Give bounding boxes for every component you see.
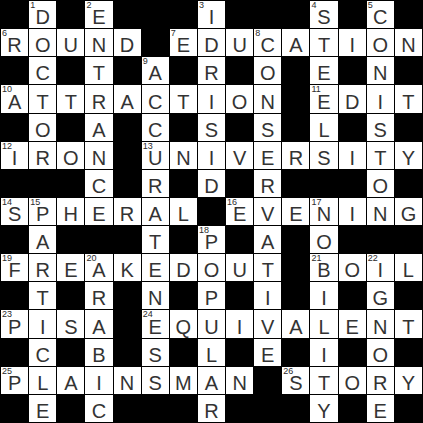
cell-letter: O [260,63,276,84]
black-cell-r10c4 [114,282,141,309]
cell-r11c2[interactable]: S [57,310,84,337]
cell-letter: A [64,373,77,394]
cell-letter: S [64,317,77,338]
cell-r3c1[interactable]: T [29,85,56,112]
cell-letter: E [36,401,49,422]
cell-letter: C [373,7,387,28]
cell-r3c8[interactable]: O [226,85,253,112]
cell-r13c10[interactable]: 26S [282,367,309,394]
cell-letter: D [35,7,49,28]
cell-r9c6[interactable]: D [170,254,197,281]
clue-number-20: 20 [86,254,96,264]
cell-r4c9[interactable]: S [254,114,281,141]
cell-letter: T [318,35,330,56]
black-cell-r10c0 [1,282,28,309]
black-cell-r14c14 [395,395,422,422]
cell-r13c3[interactable]: I [85,367,112,394]
cell-r0c3[interactable]: 2E [85,1,112,28]
cell-letter: E [289,204,302,225]
cell-r9c11[interactable]: 21B [310,254,337,281]
cell-r7c1[interactable]: 15P [29,198,56,225]
cell-r9c3[interactable]: 20A [85,254,112,281]
cell-r4c13[interactable]: S [367,114,394,141]
cell-r5c8[interactable]: V [226,142,253,169]
cell-r3c14[interactable]: T [395,85,422,112]
cell-letter: I [209,92,215,113]
black-cell-r12c2 [57,339,84,366]
cell-letter: T [149,232,161,253]
cell-letter: I [349,148,355,169]
black-cell-r8c10 [282,226,309,253]
cell-r5c12[interactable]: I [339,142,366,169]
cell-letter: T [37,288,49,309]
black-cell-r14c10 [282,395,309,422]
cell-r14c3[interactable]: C [85,395,112,422]
clue-number-5: 5 [368,1,373,11]
cell-r14c1[interactable]: E [29,395,56,422]
cell-letter: T [65,92,77,113]
cell-letter: B [92,345,105,366]
clue-number-7: 7 [171,29,176,39]
black-cell-r2c0 [1,57,28,84]
clue-number-13: 13 [143,142,153,152]
cell-letter: T [374,148,386,169]
cell-r1c13[interactable]: O [367,29,394,56]
cell-r9c4[interactable]: K [114,254,141,281]
cell-letter: I [378,92,384,113]
black-cell-r0c10 [282,1,309,28]
cell-letter: E [261,345,274,366]
cell-r8c1[interactable]: A [29,226,56,253]
cell-r7c13[interactable]: N [367,198,394,225]
black-cell-r0c12 [339,1,366,28]
cell-r12c7[interactable]: L [198,339,225,366]
cell-letter: A [92,317,105,338]
cell-r1c2[interactable]: U [57,29,84,56]
cell-r11c3[interactable]: A [85,310,112,337]
cell-r9c0[interactable]: 19F [1,254,28,281]
black-cell-r8c3 [85,226,112,253]
clue-number-12: 12 [2,142,12,152]
black-cell-r2c2 [57,57,84,84]
cell-r0c11[interactable]: 4S [310,1,337,28]
cell-r7c14[interactable]: G [395,198,422,225]
cell-r1c12[interactable]: I [339,29,366,56]
cell-r10c7[interactable]: P [198,282,225,309]
cell-letter: I [349,204,355,225]
cell-r0c7[interactable]: 3I [198,1,225,28]
clue-number-18: 18 [199,226,209,236]
black-cell-r6c1 [29,170,56,197]
cell-r10c1[interactable]: T [29,282,56,309]
cell-r2c11[interactable]: E [310,57,337,84]
black-cell-r10c2 [57,282,84,309]
cell-letter: T [402,317,414,338]
cell-letter: I [349,35,355,56]
cell-r1c9[interactable]: 8C [254,29,281,56]
cell-r10c11[interactable]: I [310,282,337,309]
clue-number-11: 11 [311,85,320,95]
cell-r3c13[interactable]: I [367,85,394,112]
clue-number-23: 23 [2,310,12,320]
cell-r5c9[interactable]: E [254,142,281,169]
black-cell-r10c8 [226,282,253,309]
cell-r13c6[interactable]: M [170,367,197,394]
cell-r11c6[interactable]: Q [170,310,197,337]
cell-r9c1[interactable]: R [29,254,56,281]
cell-r4c5[interactable]: C [142,114,169,141]
black-cell-r4c4 [114,114,141,141]
black-cell-r8c14 [395,226,422,253]
clue-number-4: 4 [311,1,316,11]
cell-r4c11[interactable]: L [310,114,337,141]
cell-letter: L [318,317,329,338]
black-cell-r11c4 [114,310,141,337]
cell-r9c2[interactable]: E [57,254,84,281]
cell-r6c3[interactable]: C [85,170,112,197]
cell-letter: E [92,204,105,225]
cell-r7c2[interactable]: H [57,198,84,225]
cell-letter: G [401,204,417,225]
black-cell-r14c2 [57,395,84,422]
cell-r10c13[interactable]: G [367,282,394,309]
cell-letter: N [92,35,106,56]
cell-r1c14[interactable]: N [395,29,422,56]
cell-r1c6[interactable]: 7E [170,29,197,56]
black-cell-r14c6 [170,395,197,422]
cell-r4c1[interactable]: O [29,114,56,141]
cell-r12c13[interactable]: O [367,339,394,366]
cell-r5c5[interactable]: 13U [142,142,169,169]
cell-letter: R [261,176,275,197]
cell-letter: L [403,260,414,281]
cell-r7c5[interactable]: A [142,198,169,225]
cell-r11c0[interactable]: 23P [1,310,28,337]
cell-letter: R [35,148,49,169]
cell-r11c13[interactable]: N [367,310,394,337]
cell-r12c9[interactable]: E [254,339,281,366]
cell-letter: U [204,317,218,338]
cell-letter: S [149,373,162,394]
cell-letter: N [92,148,106,169]
cell-r13c4[interactable]: N [114,367,141,394]
cell-r13c1[interactable]: L [29,367,56,394]
cell-r9c8[interactable]: U [226,254,253,281]
black-cell-r0c5 [142,1,169,28]
cell-r13c2[interactable]: A [57,367,84,394]
cell-letter: N [373,317,387,338]
cell-r3c7[interactable]: I [198,85,225,112]
clue-number-14: 14 [2,198,12,208]
black-cell-r9c10 [282,254,309,281]
cell-letter: A [149,204,162,225]
cell-letter: I [209,7,215,28]
cell-letter: T [402,92,414,113]
cell-r6c5[interactable]: R [142,170,169,197]
cell-r9c9[interactable]: T [254,254,281,281]
cell-r2c9[interactable]: O [254,57,281,84]
cell-r1c11[interactable]: T [310,29,337,56]
cell-letter: E [177,35,190,56]
black-cell-r8c4 [114,226,141,253]
cell-r1c7[interactable]: D [198,29,225,56]
black-cell-r6c0 [1,170,28,197]
cell-r8c9[interactable]: A [254,226,281,253]
cell-r10c3[interactable]: R [85,282,112,309]
clue-number-24: 24 [143,310,153,320]
cell-letter: A [205,373,218,394]
cell-r5c7[interactable]: I [198,142,225,169]
cell-r13c0[interactable]: 25P [1,367,28,394]
black-cell-r10c12 [339,282,366,309]
cell-r2c3[interactable]: T [85,57,112,84]
cell-r4c7[interactable]: S [198,114,225,141]
cell-r8c7[interactable]: 18P [198,226,225,253]
black-cell-r2c4 [114,57,141,84]
cell-r0c1[interactable]: 1D [29,1,56,28]
cell-letter: R [204,401,218,422]
clue-number-8: 8 [255,29,260,39]
cell-r11c1[interactable]: I [29,310,56,337]
cell-letter: T [93,63,105,84]
cell-letter: T [318,373,330,394]
cell-r12c5[interactable]: S [142,339,169,366]
cell-r5c13[interactable]: T [367,142,394,169]
cell-r13c11[interactable]: T [310,367,337,394]
cell-r11c11[interactable]: L [310,310,337,337]
black-cell-r6c12 [339,170,366,197]
cell-letter: O [63,148,79,169]
cell-r7c11[interactable]: 17N [310,198,337,225]
cell-letter: C [261,35,275,56]
cell-letter: Y [402,148,415,169]
cell-letter: D [204,35,218,56]
cell-r10c9[interactable]: I [254,282,281,309]
cell-r5c3[interactable]: N [85,142,112,169]
black-cell-r4c14 [395,114,422,141]
cell-letter: R [7,35,21,56]
cell-letter: N [120,373,134,394]
cell-letter: R [204,63,218,84]
cell-letter: O [232,92,248,113]
cell-letter: U [232,260,246,281]
cell-letter: E [317,63,330,84]
cell-letter: A [289,317,302,338]
cell-letter: T [177,92,189,113]
cell-letter: A [36,232,49,253]
cell-letter: C [92,401,106,422]
cell-r14c13[interactable]: E [367,395,394,422]
cell-r5c6[interactable]: N [170,142,197,169]
cell-letter: D [345,92,359,113]
cell-r7c3[interactable]: E [85,198,112,225]
cell-r12c1[interactable]: C [29,339,56,366]
cell-letter: R [120,204,134,225]
cell-r13c8[interactable]: N [226,367,253,394]
clue-number-19: 19 [2,254,12,264]
cell-r2c5[interactable]: 9A [142,57,169,84]
cell-letter: G [373,288,389,309]
cell-r9c12[interactable]: O [339,254,366,281]
cell-letter: R [148,176,162,197]
cell-r11c8[interactable]: I [226,310,253,337]
cell-r1c0[interactable]: 6R [1,29,28,56]
clue-number-6: 6 [2,29,7,39]
cell-letter: R [35,260,49,281]
cell-r5c1[interactable]: R [29,142,56,169]
cell-r1c10[interactable]: A [282,29,309,56]
cell-letter: I [12,148,18,169]
black-cell-r13c9 [254,367,281,394]
cell-r3c2[interactable]: T [57,85,84,112]
cell-r3c3[interactable]: R [85,85,112,112]
clue-number-15: 15 [30,198,40,208]
clue-number-1: 1 [30,1,35,11]
black-cell-r14c12 [339,395,366,422]
cell-r5c2[interactable]: O [57,142,84,169]
black-cell-r6c8 [226,170,253,197]
cell-r0c13[interactable]: 5C [367,1,394,28]
black-cell-r8c12 [339,226,366,253]
cell-r12c3[interactable]: B [85,339,112,366]
cell-r1c8[interactable]: U [226,29,253,56]
cell-r2c7[interactable]: R [198,57,225,84]
cell-r2c13[interactable]: N [367,57,394,84]
cell-r14c7[interactable]: R [198,395,225,422]
black-cell-r4c2 [57,114,84,141]
cell-r13c5[interactable]: S [142,367,169,394]
black-cell-r0c2 [57,1,84,28]
cell-r13c7[interactable]: A [198,367,225,394]
cell-r11c12[interactable]: E [339,310,366,337]
cell-r1c3[interactable]: N [85,29,112,56]
cell-r11c5[interactable]: 24E [142,310,169,337]
cell-r13c12[interactable]: O [339,367,366,394]
cell-r3c12[interactable]: D [339,85,366,112]
cell-letter: R [373,373,387,394]
cell-letter: R [92,92,106,113]
black-cell-r3c10 [282,85,309,112]
cell-letter: I [209,148,215,169]
cell-letter: V [233,148,246,169]
black-cell-r14c0 [1,395,28,422]
cell-r9c13[interactable]: 22I [367,254,394,281]
cell-r11c14[interactable]: T [395,310,422,337]
cell-letter: N [148,288,162,309]
cell-r10c5[interactable]: N [142,282,169,309]
cell-r6c13[interactable]: O [367,170,394,197]
cell-r3c4[interactable]: A [114,85,141,112]
cell-r7c0[interactable]: 14S [1,198,28,225]
cell-letter: A [261,232,274,253]
clue-number-22: 22 [368,254,378,264]
cell-letter: O [373,176,389,197]
cell-r3c5[interactable]: C [142,85,169,112]
black-cell-r14c8 [226,395,253,422]
cell-letter: I [237,317,243,338]
cell-r5c14[interactable]: Y [395,142,422,169]
cell-letter: D [204,176,218,197]
cell-letter: I [96,373,102,394]
cell-letter: S [149,345,162,366]
cell-letter: L [318,120,329,141]
cell-r8c11[interactable]: O [310,226,337,253]
cell-r7c4[interactable]: R [114,198,141,225]
cell-r7c9[interactable]: V [254,198,281,225]
cell-r6c9[interactable]: R [254,170,281,197]
cell-r3c11[interactable]: 11E [310,85,337,112]
cell-r8c5[interactable]: T [142,226,169,253]
black-cell-r2c8 [226,57,253,84]
cell-r6c7[interactable]: D [198,170,225,197]
cell-letter: I [321,288,327,309]
cell-r1c4[interactable]: D [114,29,141,56]
black-cell-r12c8 [226,339,253,366]
black-cell-r8c13 [367,226,394,253]
cell-r3c9[interactable]: N [254,85,281,112]
cell-letter: L [206,345,217,366]
cell-r12c11[interactable]: I [310,339,337,366]
cell-r13c14[interactable]: Y [395,367,422,394]
cell-letter: Q [176,317,192,338]
cell-letter: C [35,345,49,366]
cell-letter: U [232,35,246,56]
black-cell-r0c9 [254,1,281,28]
cell-r5c11[interactable]: S [310,142,337,169]
cell-r5c10[interactable]: R [282,142,309,169]
cell-r1c1[interactable]: O [29,29,56,56]
cell-r7c6[interactable]: L [170,198,197,225]
black-cell-r8c0 [1,226,28,253]
cell-r11c7[interactable]: U [198,310,225,337]
cell-r3c6[interactable]: T [170,85,197,112]
cell-r5c0[interactable]: 12I [1,142,28,169]
cell-r9c5[interactable]: E [142,254,169,281]
cell-r2c1[interactable]: C [29,57,56,84]
cell-r3c0[interactable]: 10A [1,85,28,112]
cell-letter: E [64,260,77,281]
cell-r11c10[interactable]: A [282,310,309,337]
clue-number-2: 2 [86,1,91,11]
cell-r9c14[interactable]: L [395,254,422,281]
black-cell-r12c4 [114,339,141,366]
cell-r7c10[interactable]: E [282,198,309,225]
black-cell-r14c9 [254,395,281,422]
black-cell-r8c8 [226,226,253,253]
clue-number-17: 17 [311,198,321,208]
clue-number-21: 21 [311,254,321,264]
cell-letter: N [401,35,415,56]
cell-letter: C [148,120,162,141]
cell-letter: H [64,204,78,225]
cell-r13c13[interactable]: R [367,367,394,394]
cell-letter: K [120,260,133,281]
cell-letter: M [175,373,192,394]
cell-letter: R [92,288,106,309]
cell-r9c7[interactable]: O [198,254,225,281]
black-cell-r12c6 [170,339,197,366]
black-cell-r12c14 [395,339,422,366]
cell-r7c8[interactable]: 16E [226,198,253,225]
clue-number-9: 9 [143,57,148,67]
cell-r14c11[interactable]: Y [310,395,337,422]
cell-r7c12[interactable]: I [339,198,366,225]
cell-r4c3[interactable]: A [85,114,112,141]
cell-letter: N [176,148,190,169]
cell-letter: A [92,120,105,141]
cell-letter: N [373,204,387,225]
cell-r11c9[interactable]: V [254,310,281,337]
